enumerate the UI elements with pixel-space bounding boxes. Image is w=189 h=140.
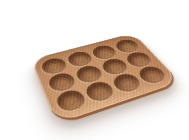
muffin-pan	[31, 33, 180, 124]
muffin-cup-10	[83, 79, 117, 104]
product-photo	[0, 0, 189, 140]
muffin-cup-12	[135, 64, 169, 86]
muffin-cup-9	[54, 88, 88, 114]
muffin-cup-grid	[31, 33, 180, 124]
